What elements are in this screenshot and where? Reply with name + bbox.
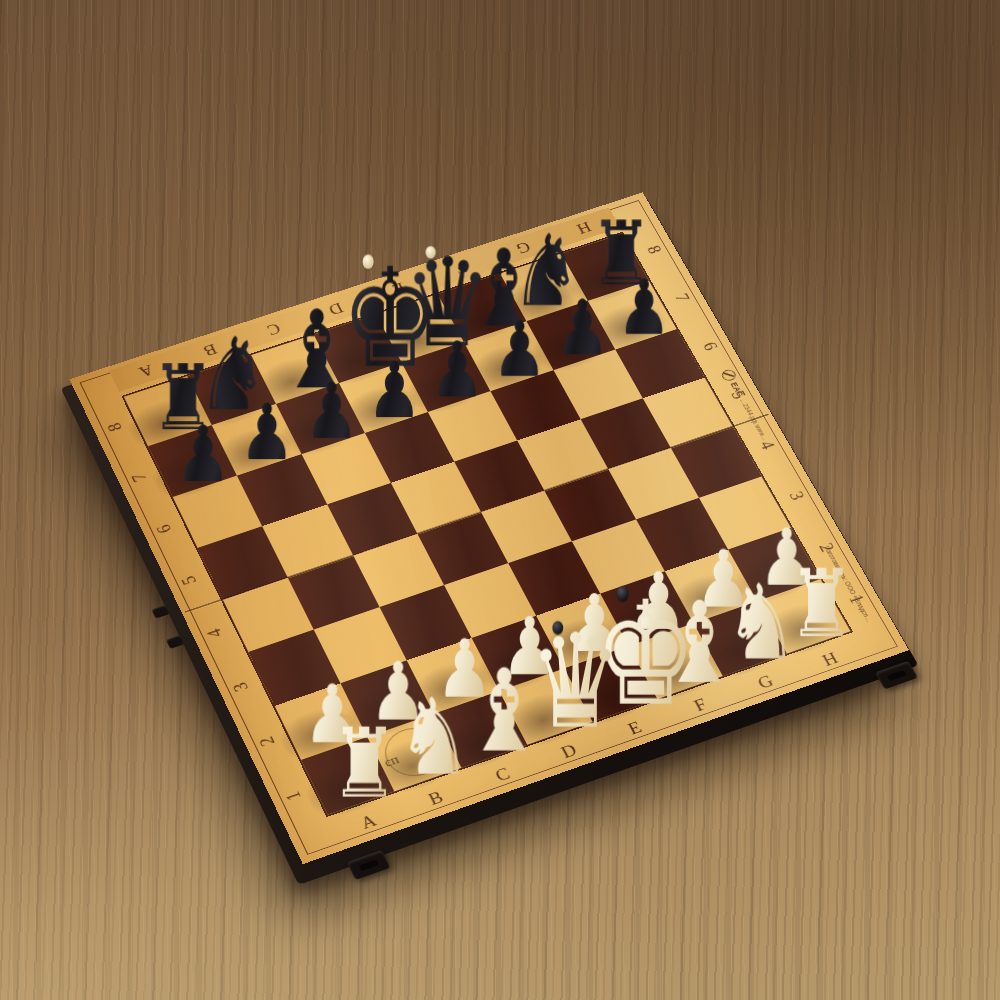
ivory-finial: [362, 255, 374, 269]
piece-black-pawn-a7: ♟: [175, 415, 230, 493]
piece-black-pawn-h7: ♟: [616, 269, 670, 345]
piece-black-pawn-g7: ♟: [554, 290, 608, 366]
scene-3d: 87654321 87654321 ABCDEFGH ABCDEFGH ЕАС …: [0, 0, 1000, 1000]
chess-board: 87654321 87654321 ABCDEFGH ABCDEFGH ЕАС …: [69, 192, 909, 864]
product-photo-scene: 87654321 87654321 ABCDEFGH ABCDEFGH ЕАС …: [0, 0, 1000, 1000]
piece-black-pawn-f7: ♟: [492, 310, 546, 386]
piece-black-pawn-e7: ♟: [430, 331, 484, 408]
black-finial: [617, 586, 629, 601]
piece-black-pawn-b7: ♟: [239, 394, 294, 471]
frame-latch-near-h1: [876, 661, 919, 690]
piece-black-pawn-d7: ♟: [367, 352, 422, 429]
piece-white-rook-a1: ♜: [330, 716, 388, 812]
piece-black-pawn-c7: ♟: [303, 373, 358, 450]
piece-white-knight-b1: ♞: [397, 684, 455, 790]
board-surface: 87654321 87654321 ABCDEFGH ABCDEFGH ЕАС …: [69, 192, 909, 864]
